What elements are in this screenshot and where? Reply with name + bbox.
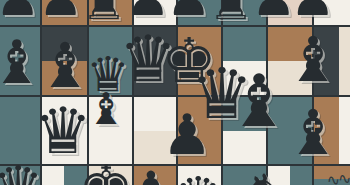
- board-square: [0, 0, 40, 25]
- board-square: [314, 0, 350, 25]
- board-square: [178, 166, 221, 185]
- board-square: [223, 97, 266, 164]
- board-square: [223, 27, 266, 95]
- chess-illustration: ♟♟♜♟♟♜♟♟♝♝♛♛♚♛♝♝♛♝♟♝♛♚♟♛♞∿∿: [0, 0, 350, 185]
- board-square: [268, 27, 312, 95]
- board-square: [0, 166, 40, 185]
- board-square: [89, 27, 132, 95]
- board-square: [178, 97, 221, 164]
- board-square: [314, 27, 350, 95]
- board-square: [134, 97, 176, 164]
- board-square: [178, 0, 221, 25]
- board-square: [89, 166, 132, 185]
- board-square: [42, 0, 87, 25]
- board-square: [223, 166, 266, 185]
- board-square: [42, 27, 87, 95]
- chess-board: [0, 0, 350, 185]
- board-square: [42, 97, 87, 164]
- board-square: [89, 97, 132, 164]
- board-square: [134, 27, 176, 95]
- board-square: [0, 27, 40, 95]
- board-square: [134, 166, 176, 185]
- board-square: [314, 97, 350, 164]
- board-square: [314, 166, 350, 185]
- board-square: [268, 97, 312, 164]
- board-square: [42, 166, 87, 185]
- board-square: [178, 27, 221, 95]
- board-square: [223, 0, 266, 25]
- board-square: [89, 0, 132, 25]
- board-square: [268, 0, 312, 25]
- board-square: [134, 0, 176, 25]
- board-square: [268, 166, 312, 185]
- board-square: [0, 97, 40, 164]
